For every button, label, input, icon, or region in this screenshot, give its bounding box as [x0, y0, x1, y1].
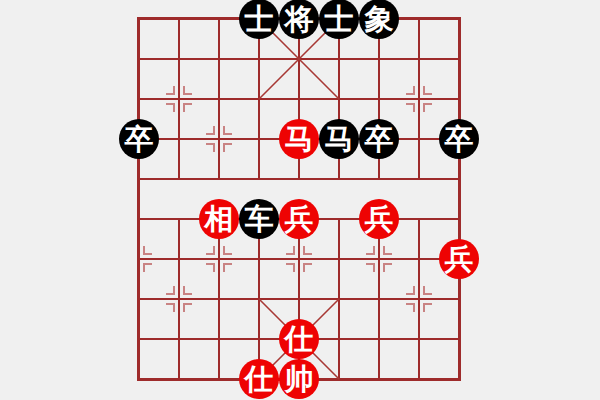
piece-black-soldier[interactable]: 卒: [439, 119, 479, 159]
point-marker: [166, 103, 175, 112]
point-marker: [423, 286, 432, 295]
point-marker: [206, 143, 215, 152]
xiangqi-board[interactable]: 士将士象卒马马卒卒相车兵兵兵仕仕帅: [139, 19, 459, 379]
piece-red-elephant[interactable]: 相: [199, 199, 239, 239]
point-marker: [206, 126, 215, 135]
piece-red-soldier[interactable]: 兵: [439, 239, 479, 279]
point-marker: [223, 143, 232, 152]
piece-black-horse[interactable]: 马: [319, 119, 359, 159]
point-marker: [166, 86, 175, 95]
point-marker: [183, 286, 192, 295]
point-marker: [143, 246, 152, 255]
point-marker: [206, 246, 215, 255]
point-marker: [166, 286, 175, 295]
point-marker: [303, 263, 312, 272]
piece-red-horse[interactable]: 马: [279, 119, 319, 159]
point-marker: [223, 246, 232, 255]
piece-black-advisor[interactable]: 士: [239, 0, 279, 39]
point-marker: [143, 263, 152, 272]
piece-red-advisor[interactable]: 仕: [279, 319, 319, 359]
point-marker: [423, 103, 432, 112]
point-marker: [183, 86, 192, 95]
piece-black-elephant[interactable]: 象: [359, 0, 399, 39]
point-marker: [383, 246, 392, 255]
point-marker: [223, 126, 232, 135]
piece-black-soldier[interactable]: 卒: [359, 119, 399, 159]
piece-red-advisor[interactable]: 仕: [239, 359, 279, 399]
point-marker: [183, 103, 192, 112]
piece-black-advisor[interactable]: 士: [319, 0, 359, 39]
point-marker: [206, 263, 215, 272]
point-marker: [183, 303, 192, 312]
piece-black-general[interactable]: 将: [279, 0, 319, 39]
xiangqi-board-app: 士将士象卒马马卒卒相车兵兵兵仕仕帅: [0, 0, 600, 400]
point-marker: [366, 246, 375, 255]
point-marker: [303, 246, 312, 255]
point-marker: [166, 303, 175, 312]
piece-red-soldier[interactable]: 兵: [279, 199, 319, 239]
point-marker: [423, 86, 432, 95]
piece-red-general[interactable]: 帅: [279, 359, 319, 399]
point-marker: [286, 263, 295, 272]
point-marker: [423, 303, 432, 312]
piece-black-soldier[interactable]: 卒: [119, 119, 159, 159]
point-marker: [406, 303, 415, 312]
point-marker: [406, 103, 415, 112]
point-marker: [406, 86, 415, 95]
piece-red-soldier[interactable]: 兵: [359, 199, 399, 239]
piece-black-chariot[interactable]: 车: [239, 199, 279, 239]
point-marker: [223, 263, 232, 272]
point-marker: [286, 246, 295, 255]
point-marker: [383, 263, 392, 272]
point-marker: [366, 263, 375, 272]
point-marker: [406, 286, 415, 295]
